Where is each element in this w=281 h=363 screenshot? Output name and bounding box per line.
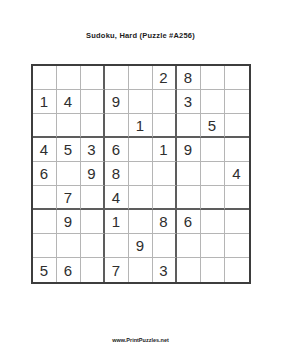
sudoku-cell-r7c8[interactable] [201,210,225,234]
sudoku-cell-r2c2[interactable]: 4 [57,90,81,114]
sudoku-cell-r4c4[interactable]: 6 [105,138,129,162]
sudoku-cell-r5c1[interactable]: 6 [33,162,57,186]
sudoku-cell-r7c7[interactable]: 6 [177,210,201,234]
sudoku-cell-r2c6[interactable] [153,90,177,114]
sudoku-cell-r8c3[interactable] [81,234,105,258]
sudoku-cell-r1c2[interactable] [57,66,81,90]
sudoku-cell-r5c3[interactable]: 9 [81,162,105,186]
sudoku-cell-r9c3[interactable] [81,258,105,282]
sudoku-cell-r1c1[interactable] [33,66,57,90]
sudoku-cell-r4c9[interactable] [225,138,249,162]
sudoku-cell-r1c6[interactable]: 2 [153,66,177,90]
sudoku-cell-r3c3[interactable] [81,114,105,138]
page-title: Sudoku, Hard (Puzzle #A256) [0,31,281,40]
sudoku-cell-r8c9[interactable] [225,234,249,258]
sudoku-cell-r6c3[interactable] [81,186,105,210]
sudoku-cell-r8c4[interactable] [105,234,129,258]
sudoku-cell-r4c5[interactable] [129,138,153,162]
sudoku-cell-r1c3[interactable] [81,66,105,90]
sudoku-cell-r2c8[interactable] [201,90,225,114]
sudoku-cell-r8c8[interactable] [201,234,225,258]
sudoku-cell-r6c1[interactable] [33,186,57,210]
sudoku-cell-r3c6[interactable] [153,114,177,138]
sudoku-cell-r8c2[interactable] [57,234,81,258]
sudoku-cell-r2c1[interactable]: 1 [33,90,57,114]
sudoku-cell-r8c5[interactable]: 9 [129,234,153,258]
sudoku-cell-r1c4[interactable] [105,66,129,90]
sudoku-cell-r6c9[interactable] [225,186,249,210]
sudoku-cell-r5c5[interactable] [129,162,153,186]
sudoku-cell-r4c8[interactable] [201,138,225,162]
sudoku-cell-r9c2[interactable]: 6 [57,258,81,282]
sudoku-cell-r4c6[interactable]: 1 [153,138,177,162]
sudoku-cell-r7c4[interactable]: 1 [105,210,129,234]
sudoku-cell-r6c4[interactable]: 4 [105,186,129,210]
sudoku-cell-r3c2[interactable] [57,114,81,138]
sudoku-cell-r9c1[interactable]: 5 [33,258,57,282]
sudoku-cell-r2c9[interactable] [225,90,249,114]
sudoku-cell-r9c5[interactable] [129,258,153,282]
sudoku-cell-r1c7[interactable]: 8 [177,66,201,90]
printable-sudoku-page: Sudoku, Hard (Puzzle #A256) 281493154536… [0,0,281,363]
sudoku-cell-r4c1[interactable]: 4 [33,138,57,162]
sudoku-cell-r9c9[interactable] [225,258,249,282]
sudoku-cell-r5c4[interactable]: 8 [105,162,129,186]
sudoku-cell-r7c1[interactable] [33,210,57,234]
sudoku-cell-r5c6[interactable] [153,162,177,186]
sudoku-cell-r6c8[interactable] [201,186,225,210]
sudoku-cell-r2c4[interactable]: 9 [105,90,129,114]
sudoku-cell-r6c5[interactable] [129,186,153,210]
sudoku-cell-r9c8[interactable] [201,258,225,282]
sudoku-cell-r7c2[interactable]: 9 [57,210,81,234]
sudoku-cell-r2c5[interactable] [129,90,153,114]
sudoku-cell-r8c1[interactable] [33,234,57,258]
sudoku-cell-r3c4[interactable] [105,114,129,138]
sudoku-cell-r2c7[interactable]: 3 [177,90,201,114]
sudoku-cell-r8c6[interactable] [153,234,177,258]
sudoku-cell-r3c1[interactable] [33,114,57,138]
sudoku-cell-r9c6[interactable]: 3 [153,258,177,282]
sudoku-cell-r1c8[interactable] [201,66,225,90]
sudoku-cell-r7c3[interactable] [81,210,105,234]
sudoku-cell-r6c7[interactable] [177,186,201,210]
footer-url: www.PrintPuzzles.net [0,337,281,343]
sudoku-cell-r7c9[interactable] [225,210,249,234]
sudoku-cell-r2c3[interactable] [81,90,105,114]
sudoku-cell-r4c2[interactable]: 5 [57,138,81,162]
sudoku-cell-r5c8[interactable] [201,162,225,186]
sudoku-board: 28149315453619698474918695673 [31,64,251,284]
sudoku-cell-r4c3[interactable]: 3 [81,138,105,162]
sudoku-cell-r3c7[interactable] [177,114,201,138]
sudoku-cell-r7c6[interactable]: 8 [153,210,177,234]
sudoku-cell-r5c9[interactable]: 4 [225,162,249,186]
sudoku-cell-r6c2[interactable]: 7 [57,186,81,210]
sudoku-cell-r9c4[interactable]: 7 [105,258,129,282]
sudoku-cell-r7c5[interactable] [129,210,153,234]
sudoku-cell-r3c8[interactable]: 5 [201,114,225,138]
sudoku-cell-r3c9[interactable] [225,114,249,138]
sudoku-cell-r1c9[interactable] [225,66,249,90]
sudoku-cell-r5c2[interactable] [57,162,81,186]
sudoku-cell-r8c7[interactable] [177,234,201,258]
sudoku-cell-r5c7[interactable] [177,162,201,186]
sudoku-cell-r6c6[interactable] [153,186,177,210]
sudoku-cell-r9c7[interactable] [177,258,201,282]
sudoku-cell-r1c5[interactable] [129,66,153,90]
sudoku-cell-r4c7[interactable]: 9 [177,138,201,162]
sudoku-cell-r3c5[interactable]: 1 [129,114,153,138]
